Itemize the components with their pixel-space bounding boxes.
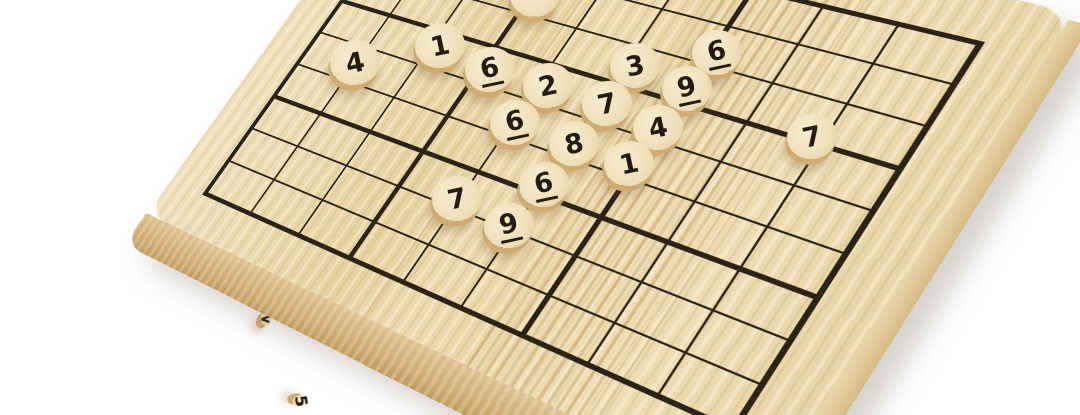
tile-digit: 6	[530, 166, 559, 202]
tile-digit: 7	[800, 121, 824, 151]
grid-line-horizontal	[226, 159, 764, 387]
tile-digit: 8	[562, 128, 586, 158]
tile-digit: 4	[343, 47, 367, 77]
tile-digit: 6	[501, 104, 530, 140]
tile-digit: 7	[445, 183, 469, 213]
tile-digit: 2	[536, 70, 560, 100]
tile-digit: 3	[623, 50, 647, 80]
tile-digit: 5	[292, 394, 310, 408]
tile-digit: 7	[595, 88, 619, 118]
tile-digit: 6	[703, 34, 732, 70]
tile-digit: 4	[646, 112, 670, 142]
photo-stage: 4167236679847619 2593	[0, 0, 1080, 415]
tile-5[interactable]: 5	[292, 394, 310, 408]
tile-digit: 6	[476, 51, 505, 87]
tile-digit: 1	[428, 30, 452, 60]
tile-digit: 9	[673, 70, 702, 106]
tile-digit: 1	[617, 148, 641, 178]
tile-digit: 9	[495, 207, 524, 243]
